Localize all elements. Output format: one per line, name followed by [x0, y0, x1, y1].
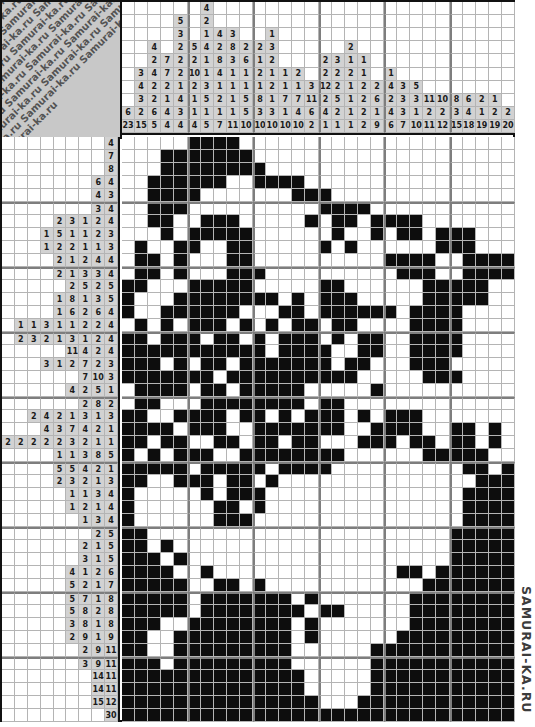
grid-cell[interactable]: [397, 566, 410, 579]
grid-cell[interactable]: [161, 293, 174, 306]
grid-cell[interactable]: [319, 553, 332, 566]
grid-cell[interactable]: [305, 605, 318, 618]
grid-cell[interactable]: [135, 605, 148, 618]
grid-cell[interactable]: [214, 683, 227, 696]
grid-cell[interactable]: [332, 709, 345, 722]
grid-cell[interactable]: [292, 566, 305, 579]
grid-cell[interactable]: [122, 319, 135, 332]
grid-cell[interactable]: [397, 410, 410, 423]
grid-cell[interactable]: [227, 709, 240, 722]
grid-cell[interactable]: [319, 657, 332, 670]
grid-cell[interactable]: [384, 501, 397, 514]
grid-cell[interactable]: [345, 358, 358, 371]
grid-cell[interactable]: [423, 423, 436, 436]
grid-cell[interactable]: [502, 228, 515, 241]
grid-cell[interactable]: [423, 332, 436, 345]
grid-cell[interactable]: [174, 410, 187, 423]
grid-cell[interactable]: [135, 319, 148, 332]
grid-cell[interactable]: [502, 410, 515, 423]
grid-cell[interactable]: [463, 423, 476, 436]
grid-cell[interactable]: [227, 202, 240, 215]
grid-cell[interactable]: [279, 358, 292, 371]
grid-cell[interactable]: [345, 449, 358, 462]
grid-cell[interactable]: [450, 410, 463, 423]
grid-cell[interactable]: [174, 514, 187, 527]
grid-cell[interactable]: [148, 137, 161, 150]
grid-cell[interactable]: [253, 462, 266, 475]
grid-cell[interactable]: [266, 306, 279, 319]
grid-cell[interactable]: [305, 384, 318, 397]
grid-cell[interactable]: [122, 657, 135, 670]
grid-cell[interactable]: [489, 436, 502, 449]
grid-cell[interactable]: [397, 319, 410, 332]
grid-cell[interactable]: [188, 553, 201, 566]
grid-cell[interactable]: [410, 670, 423, 683]
grid-cell[interactable]: [436, 527, 449, 540]
grid-cell[interactable]: [174, 540, 187, 553]
grid-cell[interactable]: [305, 202, 318, 215]
grid-cell[interactable]: [502, 150, 515, 163]
grid-cell[interactable]: [122, 579, 135, 592]
grid-cell[interactable]: [305, 332, 318, 345]
grid-cell[interactable]: [371, 176, 384, 189]
grid-cell[interactable]: [423, 176, 436, 189]
grid-cell[interactable]: [227, 514, 240, 527]
grid-cell[interactable]: [201, 514, 214, 527]
grid-cell[interactable]: [423, 215, 436, 228]
grid-cell[interactable]: [410, 358, 423, 371]
grid-cell[interactable]: [174, 202, 187, 215]
grid-cell[interactable]: [345, 579, 358, 592]
grid-cell[interactable]: [240, 644, 253, 657]
grid-cell[interactable]: [371, 332, 384, 345]
grid-cell[interactable]: [279, 540, 292, 553]
grid-cell[interactable]: [227, 163, 240, 176]
grid-cell[interactable]: [371, 215, 384, 228]
grid-cell[interactable]: [227, 527, 240, 540]
grid-cell[interactable]: [253, 202, 266, 215]
grid-cell[interactable]: [489, 384, 502, 397]
grid-cell[interactable]: [122, 150, 135, 163]
grid-cell[interactable]: [397, 436, 410, 449]
grid-cell[interactable]: [463, 319, 476, 332]
grid-cell[interactable]: [214, 319, 227, 332]
grid-cell[interactable]: [266, 696, 279, 709]
grid-cell[interactable]: [384, 228, 397, 241]
grid-cell[interactable]: [253, 618, 266, 631]
grid-cell[interactable]: [292, 202, 305, 215]
grid-cell[interactable]: [188, 150, 201, 163]
grid-cell[interactable]: [253, 501, 266, 514]
grid-cell[interactable]: [253, 280, 266, 293]
grid-cell[interactable]: [397, 215, 410, 228]
grid-cell[interactable]: [463, 488, 476, 501]
grid-cell[interactable]: [122, 202, 135, 215]
grid-cell[interactable]: [201, 319, 214, 332]
grid-cell[interactable]: [135, 488, 148, 501]
grid-cell[interactable]: [463, 267, 476, 280]
grid-cell[interactable]: [188, 345, 201, 358]
grid-cell[interactable]: [345, 280, 358, 293]
grid-cell[interactable]: [174, 488, 187, 501]
grid-cell[interactable]: [397, 553, 410, 566]
grid-cell[interactable]: [148, 267, 161, 280]
grid-cell[interactable]: [135, 644, 148, 657]
grid-cell[interactable]: [358, 657, 371, 670]
grid-cell[interactable]: [240, 332, 253, 345]
grid-cell[interactable]: [463, 449, 476, 462]
grid-cell[interactable]: [397, 241, 410, 254]
grid-cell[interactable]: [240, 293, 253, 306]
grid-cell[interactable]: [319, 384, 332, 397]
grid-cell[interactable]: [371, 436, 384, 449]
grid-cell[interactable]: [463, 657, 476, 670]
grid-cell[interactable]: [319, 501, 332, 514]
grid-cell[interactable]: [161, 449, 174, 462]
grid-cell[interactable]: [135, 189, 148, 202]
grid-cell[interactable]: [384, 462, 397, 475]
grid-cell[interactable]: [305, 696, 318, 709]
grid-cell[interactable]: [463, 306, 476, 319]
grid-cell[interactable]: [450, 618, 463, 631]
grid-cell[interactable]: [345, 462, 358, 475]
grid-cell[interactable]: [135, 163, 148, 176]
grid-cell[interactable]: [292, 241, 305, 254]
grid-cell[interactable]: [227, 670, 240, 683]
grid-cell[interactable]: [292, 358, 305, 371]
grid-cell[interactable]: [397, 358, 410, 371]
grid-cell[interactable]: [174, 436, 187, 449]
grid-cell[interactable]: [214, 540, 227, 553]
grid-cell[interactable]: [397, 605, 410, 618]
grid-cell[interactable]: [148, 332, 161, 345]
grid-cell[interactable]: [436, 579, 449, 592]
grid-cell[interactable]: [161, 280, 174, 293]
grid-cell[interactable]: [214, 215, 227, 228]
grid-cell[interactable]: [253, 566, 266, 579]
grid-cell[interactable]: [161, 631, 174, 644]
grid-cell[interactable]: [476, 345, 489, 358]
grid-cell[interactable]: [410, 540, 423, 553]
grid-cell[interactable]: [450, 488, 463, 501]
grid-cell[interactable]: [371, 189, 384, 202]
grid-cell[interactable]: [410, 189, 423, 202]
grid-cell[interactable]: [201, 150, 214, 163]
grid-cell[interactable]: [253, 384, 266, 397]
grid-cell[interactable]: [174, 696, 187, 709]
grid-cell[interactable]: [279, 189, 292, 202]
grid-cell[interactable]: [201, 605, 214, 618]
grid-cell[interactable]: [410, 657, 423, 670]
grid-cell[interactable]: [345, 410, 358, 423]
grid-cell[interactable]: [161, 553, 174, 566]
grid-cell[interactable]: [201, 631, 214, 644]
grid-cell[interactable]: [279, 228, 292, 241]
grid-cell[interactable]: [174, 618, 187, 631]
grid-cell[interactable]: [292, 384, 305, 397]
grid-cell[interactable]: [489, 306, 502, 319]
grid-cell[interactable]: [279, 605, 292, 618]
grid-cell[interactable]: [489, 215, 502, 228]
grid-cell[interactable]: [502, 319, 515, 332]
grid-cell[interactable]: [266, 137, 279, 150]
grid-cell[interactable]: [240, 176, 253, 189]
grid-cell[interactable]: [292, 345, 305, 358]
grid-cell[interactable]: [201, 501, 214, 514]
grid-cell[interactable]: [305, 566, 318, 579]
grid-cell[interactable]: [292, 423, 305, 436]
grid-cell[interactable]: [423, 163, 436, 176]
grid-cell[interactable]: [476, 553, 489, 566]
grid-cell[interactable]: [305, 540, 318, 553]
grid-cell[interactable]: [188, 488, 201, 501]
grid-cell[interactable]: [345, 345, 358, 358]
grid-cell[interactable]: [476, 462, 489, 475]
grid-cell[interactable]: [240, 683, 253, 696]
grid-cell[interactable]: [240, 163, 253, 176]
grid-cell[interactable]: [240, 267, 253, 280]
grid-cell[interactable]: [201, 267, 214, 280]
grid-cell[interactable]: [279, 423, 292, 436]
grid-cell[interactable]: [345, 176, 358, 189]
grid-cell[interactable]: [384, 319, 397, 332]
grid-cell[interactable]: [358, 358, 371, 371]
grid-cell[interactable]: [489, 189, 502, 202]
grid-cell[interactable]: [384, 605, 397, 618]
grid-cell[interactable]: [292, 683, 305, 696]
grid-cell[interactable]: [463, 228, 476, 241]
grid-cell[interactable]: [279, 475, 292, 488]
grid-cell[interactable]: [410, 215, 423, 228]
grid-cell[interactable]: [476, 488, 489, 501]
grid-cell[interactable]: [266, 319, 279, 332]
grid-cell[interactable]: [201, 644, 214, 657]
grid-cell[interactable]: [279, 241, 292, 254]
grid-cell[interactable]: [161, 319, 174, 332]
grid-cell[interactable]: [214, 462, 227, 475]
grid-cell[interactable]: [188, 514, 201, 527]
grid-cell[interactable]: [188, 358, 201, 371]
grid-cell[interactable]: [436, 410, 449, 423]
grid-cell[interactable]: [227, 657, 240, 670]
grid-cell[interactable]: [161, 618, 174, 631]
grid-cell[interactable]: [266, 189, 279, 202]
grid-cell[interactable]: [135, 150, 148, 163]
grid-cell[interactable]: [148, 215, 161, 228]
grid-cell[interactable]: [279, 163, 292, 176]
grid-cell[interactable]: [240, 670, 253, 683]
grid-cell[interactable]: [214, 241, 227, 254]
grid-cell[interactable]: [214, 423, 227, 436]
grid-cell[interactable]: [279, 527, 292, 540]
grid-cell[interactable]: [397, 267, 410, 280]
grid-cell[interactable]: [397, 709, 410, 722]
grid-cell[interactable]: [305, 306, 318, 319]
grid-cell[interactable]: [463, 163, 476, 176]
grid-cell[interactable]: [174, 475, 187, 488]
grid-cell[interactable]: [397, 384, 410, 397]
grid-cell[interactable]: [148, 319, 161, 332]
grid-cell[interactable]: [227, 683, 240, 696]
grid-cell[interactable]: [292, 670, 305, 683]
grid-cell[interactable]: [319, 267, 332, 280]
grid-cell[interactable]: [279, 566, 292, 579]
grid-cell[interactable]: [188, 163, 201, 176]
grid-cell[interactable]: [502, 501, 515, 514]
grid-cell[interactable]: [358, 306, 371, 319]
grid-cell[interactable]: [476, 267, 489, 280]
grid-cell[interactable]: [122, 215, 135, 228]
grid-cell[interactable]: [476, 306, 489, 319]
grid-cell[interactable]: [148, 644, 161, 657]
grid-cell[interactable]: [476, 579, 489, 592]
grid-cell[interactable]: [122, 371, 135, 384]
grid-cell[interactable]: [292, 150, 305, 163]
grid-cell[interactable]: [502, 163, 515, 176]
grid-cell[interactable]: [332, 592, 345, 605]
grid-cell[interactable]: [436, 176, 449, 189]
grid-cell[interactable]: [279, 696, 292, 709]
grid-cell[interactable]: [450, 319, 463, 332]
grid-cell[interactable]: [502, 384, 515, 397]
grid-cell[interactable]: [476, 319, 489, 332]
grid-cell[interactable]: [227, 553, 240, 566]
grid-cell[interactable]: [423, 397, 436, 410]
grid-cell[interactable]: [122, 683, 135, 696]
grid-cell[interactable]: [201, 280, 214, 293]
grid-cell[interactable]: [201, 371, 214, 384]
grid-cell[interactable]: [397, 540, 410, 553]
grid-cell[interactable]: [384, 280, 397, 293]
grid-cell[interactable]: [476, 644, 489, 657]
grid-cell[interactable]: [410, 137, 423, 150]
grid-cell[interactable]: [332, 410, 345, 423]
grid-cell[interactable]: [135, 449, 148, 462]
grid-cell[interactable]: [371, 683, 384, 696]
grid-cell[interactable]: [384, 163, 397, 176]
grid-cell[interactable]: [240, 709, 253, 722]
grid-cell[interactable]: [266, 423, 279, 436]
grid-cell[interactable]: [227, 631, 240, 644]
grid-cell[interactable]: [214, 514, 227, 527]
grid-cell[interactable]: [161, 176, 174, 189]
grid-cell[interactable]: [266, 358, 279, 371]
grid-cell[interactable]: [410, 566, 423, 579]
grid-cell[interactable]: [279, 410, 292, 423]
grid-cell[interactable]: [450, 280, 463, 293]
grid-cell[interactable]: [384, 644, 397, 657]
grid-cell[interactable]: [319, 592, 332, 605]
grid-cell[interactable]: [214, 150, 227, 163]
grid-cell[interactable]: [423, 670, 436, 683]
grid-cell[interactable]: [436, 371, 449, 384]
grid-cell[interactable]: [214, 644, 227, 657]
grid-cell[interactable]: [279, 462, 292, 475]
grid-cell[interactable]: [436, 254, 449, 267]
grid-cell[interactable]: [227, 332, 240, 345]
grid-cell[interactable]: [227, 462, 240, 475]
grid-cell[interactable]: [358, 501, 371, 514]
grid-cell[interactable]: [450, 163, 463, 176]
grid-cell[interactable]: [397, 202, 410, 215]
grid-cell[interactable]: [345, 202, 358, 215]
grid-cell[interactable]: [240, 566, 253, 579]
grid-cell[interactable]: [476, 293, 489, 306]
grid-cell[interactable]: [201, 163, 214, 176]
grid-cell[interactable]: [253, 436, 266, 449]
grid-cell[interactable]: [463, 436, 476, 449]
grid-cell[interactable]: [332, 358, 345, 371]
grid-cell[interactable]: [345, 566, 358, 579]
grid-cell[interactable]: [489, 176, 502, 189]
grid-cell[interactable]: [214, 306, 227, 319]
grid-cell[interactable]: [161, 709, 174, 722]
grid-cell[interactable]: [292, 280, 305, 293]
grid-cell[interactable]: [266, 475, 279, 488]
grid-cell[interactable]: [319, 254, 332, 267]
grid-cell[interactable]: [358, 293, 371, 306]
grid-cell[interactable]: [476, 358, 489, 371]
grid-cell[interactable]: [423, 241, 436, 254]
grid-cell[interactable]: [135, 514, 148, 527]
grid-cell[interactable]: [397, 423, 410, 436]
grid-cell[interactable]: [489, 709, 502, 722]
grid-cell[interactable]: [463, 514, 476, 527]
grid-cell[interactable]: [358, 553, 371, 566]
grid-cell[interactable]: [201, 332, 214, 345]
grid-cell[interactable]: [410, 696, 423, 709]
grid-cell[interactable]: [423, 605, 436, 618]
grid-cell[interactable]: [161, 423, 174, 436]
grid-cell[interactable]: [266, 345, 279, 358]
grid-cell[interactable]: [332, 605, 345, 618]
grid-cell[interactable]: [423, 592, 436, 605]
grid-cell[interactable]: [135, 631, 148, 644]
grid-cell[interactable]: [476, 670, 489, 683]
grid-cell[interactable]: [332, 644, 345, 657]
grid-cell[interactable]: [450, 605, 463, 618]
grid-cell[interactable]: [345, 306, 358, 319]
grid-cell[interactable]: [227, 475, 240, 488]
grid-cell[interactable]: [345, 267, 358, 280]
grid-cell[interactable]: [332, 332, 345, 345]
grid-cell[interactable]: [266, 384, 279, 397]
grid-cell[interactable]: [423, 631, 436, 644]
grid-cell[interactable]: [384, 670, 397, 683]
grid-cell[interactable]: [266, 202, 279, 215]
grid-cell[interactable]: [174, 254, 187, 267]
grid-cell[interactable]: [384, 436, 397, 449]
grid-cell[interactable]: [135, 462, 148, 475]
grid-cell[interactable]: [489, 254, 502, 267]
grid-cell[interactable]: [227, 254, 240, 267]
grid-cell[interactable]: [201, 137, 214, 150]
grid-cell[interactable]: [463, 215, 476, 228]
grid-cell[interactable]: [450, 475, 463, 488]
grid-cell[interactable]: [227, 215, 240, 228]
grid-cell[interactable]: [240, 527, 253, 540]
grid-cell[interactable]: [188, 423, 201, 436]
grid-cell[interactable]: [371, 306, 384, 319]
grid-cell[interactable]: [305, 176, 318, 189]
grid-cell[interactable]: [371, 397, 384, 410]
grid-cell[interactable]: [135, 566, 148, 579]
grid-cell[interactable]: [397, 280, 410, 293]
grid-cell[interactable]: [253, 670, 266, 683]
grid-cell[interactable]: [397, 696, 410, 709]
grid-cell[interactable]: [371, 527, 384, 540]
grid-cell[interactable]: [214, 202, 227, 215]
